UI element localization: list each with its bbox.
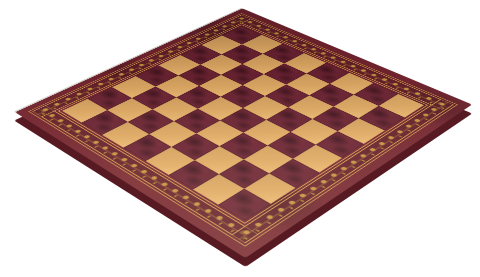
board-grid	[62, 26, 424, 221]
board-top-surface	[14, 8, 472, 258]
product-photo-stage	[0, 0, 480, 277]
chessboard	[81, 0, 405, 270]
